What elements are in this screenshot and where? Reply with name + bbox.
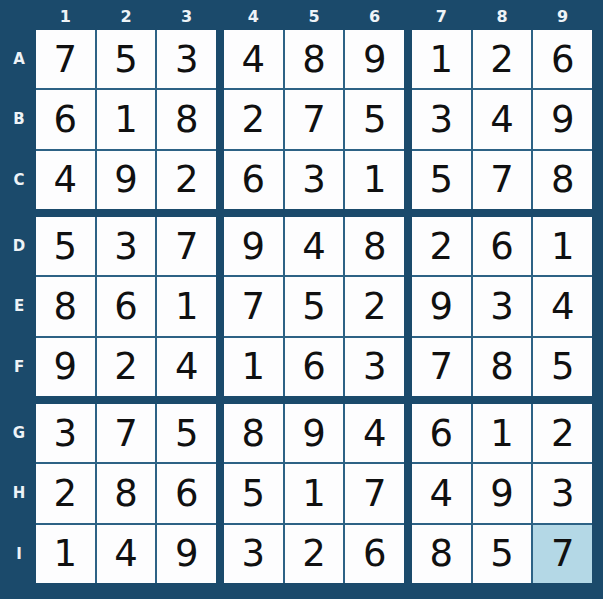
sudoku-box-8: 894517326 — [224, 404, 404, 583]
row-label-F: F — [0, 338, 36, 396]
cell-C4[interactable]: 6 — [224, 151, 283, 209]
cell-C8[interactable]: 7 — [473, 151, 532, 209]
sudoku-page: 123456789 ABCDEFGHI 75361849248927563112… — [0, 0, 603, 599]
cell-B3[interactable]: 8 — [157, 90, 216, 148]
column-label-group: 789 — [412, 0, 592, 30]
cell-F5[interactable]: 6 — [285, 338, 344, 396]
cell-H7[interactable]: 4 — [412, 464, 471, 522]
cell-I4[interactable]: 3 — [224, 525, 283, 583]
cell-E1[interactable]: 8 — [36, 277, 95, 335]
column-labels: 123456789 — [36, 0, 592, 30]
row-label-I: I — [0, 525, 36, 583]
cell-I6[interactable]: 6 — [345, 525, 404, 583]
cell-A6[interactable]: 9 — [345, 30, 404, 88]
cell-F3[interactable]: 4 — [157, 338, 216, 396]
column-label-8: 8 — [473, 0, 532, 30]
row-labels: ABCDEFGHI — [0, 30, 36, 583]
row-label-group: DEF — [0, 217, 36, 396]
cell-E9[interactable]: 4 — [533, 277, 592, 335]
cell-F6[interactable]: 3 — [345, 338, 404, 396]
cell-H6[interactable]: 7 — [345, 464, 404, 522]
column-label-3: 3 — [157, 0, 216, 30]
cell-F8[interactable]: 8 — [473, 338, 532, 396]
column-label-5: 5 — [285, 0, 344, 30]
sudoku-box-2: 489275631 — [224, 30, 404, 209]
cell-A1[interactable]: 7 — [36, 30, 95, 88]
cell-I5[interactable]: 2 — [285, 525, 344, 583]
row-label-G: G — [0, 404, 36, 462]
cell-F4[interactable]: 1 — [224, 338, 283, 396]
cell-B7[interactable]: 3 — [412, 90, 471, 148]
cell-D9[interactable]: 1 — [533, 217, 592, 275]
sudoku-box-1: 753618492 — [36, 30, 216, 209]
row-label-group: ABC — [0, 30, 36, 209]
column-label-6: 6 — [345, 0, 404, 30]
cell-D8[interactable]: 6 — [473, 217, 532, 275]
cell-E4[interactable]: 7 — [224, 277, 283, 335]
column-label-group: 123 — [36, 0, 216, 30]
cell-F9[interactable]: 5 — [533, 338, 592, 396]
cell-H9[interactable]: 3 — [533, 464, 592, 522]
corner-spacer — [0, 0, 36, 30]
cell-B1[interactable]: 6 — [36, 90, 95, 148]
cell-D4[interactable]: 9 — [224, 217, 283, 275]
cell-H5[interactable]: 1 — [285, 464, 344, 522]
cell-G7[interactable]: 6 — [412, 404, 471, 462]
sudoku-layout: 123456789 ABCDEFGHI 75361849248927563112… — [0, 0, 592, 583]
cell-E3[interactable]: 1 — [157, 277, 216, 335]
cell-B2[interactable]: 1 — [97, 90, 156, 148]
cell-D3[interactable]: 7 — [157, 217, 216, 275]
row-label-E: E — [0, 277, 36, 335]
cell-H2[interactable]: 8 — [97, 464, 156, 522]
cell-F1[interactable]: 9 — [36, 338, 95, 396]
sudoku-box-5: 948752163 — [224, 217, 404, 396]
cell-B8[interactable]: 4 — [473, 90, 532, 148]
cell-G5[interactable]: 9 — [285, 404, 344, 462]
cell-B5[interactable]: 7 — [285, 90, 344, 148]
cell-A2[interactable]: 5 — [97, 30, 156, 88]
sudoku-box-7: 375286149 — [36, 404, 216, 583]
cell-I8[interactable]: 5 — [473, 525, 532, 583]
row-label-A: A — [0, 30, 36, 88]
sudoku-box-6: 261934785 — [412, 217, 592, 396]
cell-H3[interactable]: 6 — [157, 464, 216, 522]
column-label-4: 4 — [224, 0, 283, 30]
row-label-group: GHI — [0, 404, 36, 583]
cell-A7[interactable]: 1 — [412, 30, 471, 88]
cell-C5[interactable]: 3 — [285, 151, 344, 209]
cell-G1[interactable]: 3 — [36, 404, 95, 462]
cell-E5[interactable]: 5 — [285, 277, 344, 335]
cell-C1[interactable]: 4 — [36, 151, 95, 209]
cell-I1[interactable]: 1 — [36, 525, 95, 583]
cell-G3[interactable]: 5 — [157, 404, 216, 462]
cell-A5[interactable]: 8 — [285, 30, 344, 88]
cell-E2[interactable]: 6 — [97, 277, 156, 335]
column-label-group: 456 — [224, 0, 404, 30]
cell-D5[interactable]: 4 — [285, 217, 344, 275]
cell-A9[interactable]: 6 — [533, 30, 592, 88]
cell-D7[interactable]: 2 — [412, 217, 471, 275]
cell-B6[interactable]: 5 — [345, 90, 404, 148]
cell-C3[interactable]: 2 — [157, 151, 216, 209]
cell-G9[interactable]: 2 — [533, 404, 592, 462]
cell-A8[interactable]: 2 — [473, 30, 532, 88]
cell-B4[interactable]: 2 — [224, 90, 283, 148]
cell-A3[interactable]: 3 — [157, 30, 216, 88]
cell-A4[interactable]: 4 — [224, 30, 283, 88]
row-label-C: C — [0, 151, 36, 209]
cell-I7[interactable]: 8 — [412, 525, 471, 583]
cell-D2[interactable]: 3 — [97, 217, 156, 275]
cell-C6[interactable]: 1 — [345, 151, 404, 209]
sudoku-box-3: 126349578 — [412, 30, 592, 209]
column-label-9: 9 — [533, 0, 592, 30]
cell-I9[interactable]: 7 — [533, 525, 592, 583]
cell-E6[interactable]: 2 — [345, 277, 404, 335]
cell-B9[interactable]: 9 — [533, 90, 592, 148]
cell-G8[interactable]: 1 — [473, 404, 532, 462]
cell-I3[interactable]: 9 — [157, 525, 216, 583]
cell-F2[interactable]: 2 — [97, 338, 156, 396]
sudoku-board: 7536184924892756311263495785378619249487… — [36, 30, 592, 583]
column-label-1: 1 — [36, 0, 95, 30]
sudoku-box-4: 537861924 — [36, 217, 216, 396]
cell-F7[interactable]: 7 — [412, 338, 471, 396]
row-label-D: D — [0, 217, 36, 275]
cell-G6[interactable]: 4 — [345, 404, 404, 462]
cell-I2[interactable]: 4 — [97, 525, 156, 583]
cell-C9[interactable]: 8 — [533, 151, 592, 209]
cell-E7[interactable]: 9 — [412, 277, 471, 335]
cell-G4[interactable]: 8 — [224, 404, 283, 462]
cell-H4[interactable]: 5 — [224, 464, 283, 522]
sudoku-box-9: 612493857 — [412, 404, 592, 583]
cell-D6[interactable]: 8 — [345, 217, 404, 275]
cell-E8[interactable]: 3 — [473, 277, 532, 335]
cell-C2[interactable]: 9 — [97, 151, 156, 209]
cell-C7[interactable]: 5 — [412, 151, 471, 209]
cell-G2[interactable]: 7 — [97, 404, 156, 462]
cell-H1[interactable]: 2 — [36, 464, 95, 522]
column-label-2: 2 — [97, 0, 156, 30]
row-label-H: H — [0, 464, 36, 522]
column-label-7: 7 — [412, 0, 471, 30]
cell-H8[interactable]: 9 — [473, 464, 532, 522]
row-label-B: B — [0, 90, 36, 148]
cell-D1[interactable]: 5 — [36, 217, 95, 275]
